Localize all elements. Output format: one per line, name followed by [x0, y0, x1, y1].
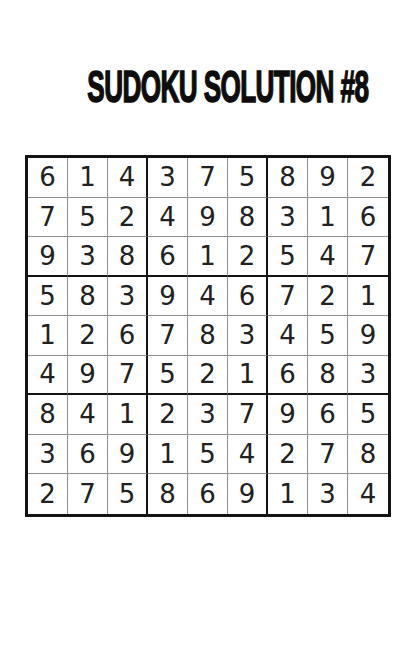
cell-r3c6: 2 [228, 237, 268, 277]
cell-r1c2: 1 [68, 158, 108, 198]
cell-r7c6: 7 [228, 395, 268, 435]
page: SUDOKU SOLUTION #8 614375892752498316938… [0, 0, 416, 666]
cell-r9c5: 6 [188, 474, 228, 514]
cell-r5c2: 2 [68, 316, 108, 356]
cell-r3c4: 6 [148, 237, 188, 277]
cell-r8c3: 9 [108, 435, 148, 475]
cell-r1c9: 2 [348, 158, 388, 198]
cell-r9c7: 1 [268, 474, 308, 514]
cell-r2c5: 9 [188, 198, 228, 238]
cell-r4c6: 6 [228, 277, 268, 317]
cell-r5c1: 1 [28, 316, 68, 356]
cell-r7c7: 9 [268, 395, 308, 435]
cell-r8c7: 2 [268, 435, 308, 475]
cell-r7c3: 1 [108, 395, 148, 435]
cell-r6c2: 9 [68, 356, 108, 396]
cell-r6c8: 8 [308, 356, 348, 396]
cell-r2c1: 7 [28, 198, 68, 238]
cell-r7c4: 2 [148, 395, 188, 435]
cell-r8c5: 5 [188, 435, 228, 475]
cell-r3c9: 7 [348, 237, 388, 277]
cell-r2c2: 5 [68, 198, 108, 238]
cell-r2c8: 1 [308, 198, 348, 238]
cell-r1c8: 9 [308, 158, 348, 198]
cell-r6c9: 3 [348, 356, 388, 396]
cell-r8c9: 8 [348, 435, 388, 475]
cell-r7c5: 3 [188, 395, 228, 435]
cell-r7c1: 8 [28, 395, 68, 435]
cell-r1c7: 8 [268, 158, 308, 198]
cell-r3c7: 5 [268, 237, 308, 277]
cell-r5c4: 7 [148, 316, 188, 356]
cell-r3c2: 3 [68, 237, 108, 277]
cell-r2c3: 2 [108, 198, 148, 238]
cell-r7c9: 5 [348, 395, 388, 435]
cell-r4c7: 7 [268, 277, 308, 317]
cell-r8c4: 1 [148, 435, 188, 475]
cell-r9c1: 2 [28, 474, 68, 514]
cell-r1c4: 3 [148, 158, 188, 198]
cell-r2c6: 8 [228, 198, 268, 238]
cell-r9c8: 3 [308, 474, 348, 514]
cell-r2c4: 4 [148, 198, 188, 238]
cell-r1c5: 7 [188, 158, 228, 198]
cell-r4c8: 2 [308, 277, 348, 317]
cell-r6c3: 7 [108, 356, 148, 396]
cell-r4c1: 5 [28, 277, 68, 317]
cell-r7c2: 4 [68, 395, 108, 435]
cell-r9c2: 7 [68, 474, 108, 514]
cell-r9c9: 4 [348, 474, 388, 514]
cell-r4c4: 9 [148, 277, 188, 317]
cell-r6c7: 6 [268, 356, 308, 396]
cell-r8c1: 3 [28, 435, 68, 475]
cell-r7c8: 6 [308, 395, 348, 435]
cell-r5c8: 5 [308, 316, 348, 356]
cell-r3c5: 1 [188, 237, 228, 277]
cell-r9c4: 8 [148, 474, 188, 514]
cell-r5c3: 6 [108, 316, 148, 356]
cell-r8c8: 7 [308, 435, 348, 475]
cell-r4c2: 8 [68, 277, 108, 317]
cell-r2c7: 3 [268, 198, 308, 238]
cell-r1c1: 6 [28, 158, 68, 198]
cell-r1c3: 4 [108, 158, 148, 198]
cell-r2c9: 6 [348, 198, 388, 238]
cell-r5c5: 8 [188, 316, 228, 356]
cell-r4c3: 3 [108, 277, 148, 317]
cell-r5c9: 9 [348, 316, 388, 356]
cell-r8c6: 4 [228, 435, 268, 475]
cell-r4c9: 1 [348, 277, 388, 317]
cell-r6c5: 2 [188, 356, 228, 396]
cell-r9c6: 9 [228, 474, 268, 514]
cell-r8c2: 6 [68, 435, 108, 475]
page-title: SUDOKU SOLUTION #8 [87, 64, 328, 109]
cell-r5c6: 3 [228, 316, 268, 356]
cell-r5c7: 4 [268, 316, 308, 356]
cell-r3c3: 8 [108, 237, 148, 277]
cell-r3c8: 4 [308, 237, 348, 277]
cell-r3c1: 9 [28, 237, 68, 277]
cell-r4c5: 4 [188, 277, 228, 317]
cell-r1c6: 5 [228, 158, 268, 198]
cell-r6c6: 1 [228, 356, 268, 396]
cell-r9c3: 5 [108, 474, 148, 514]
sudoku-board: 6143758927524983169386125475839467211267… [25, 155, 391, 517]
cell-r6c1: 4 [28, 356, 68, 396]
cell-r6c4: 5 [148, 356, 188, 396]
